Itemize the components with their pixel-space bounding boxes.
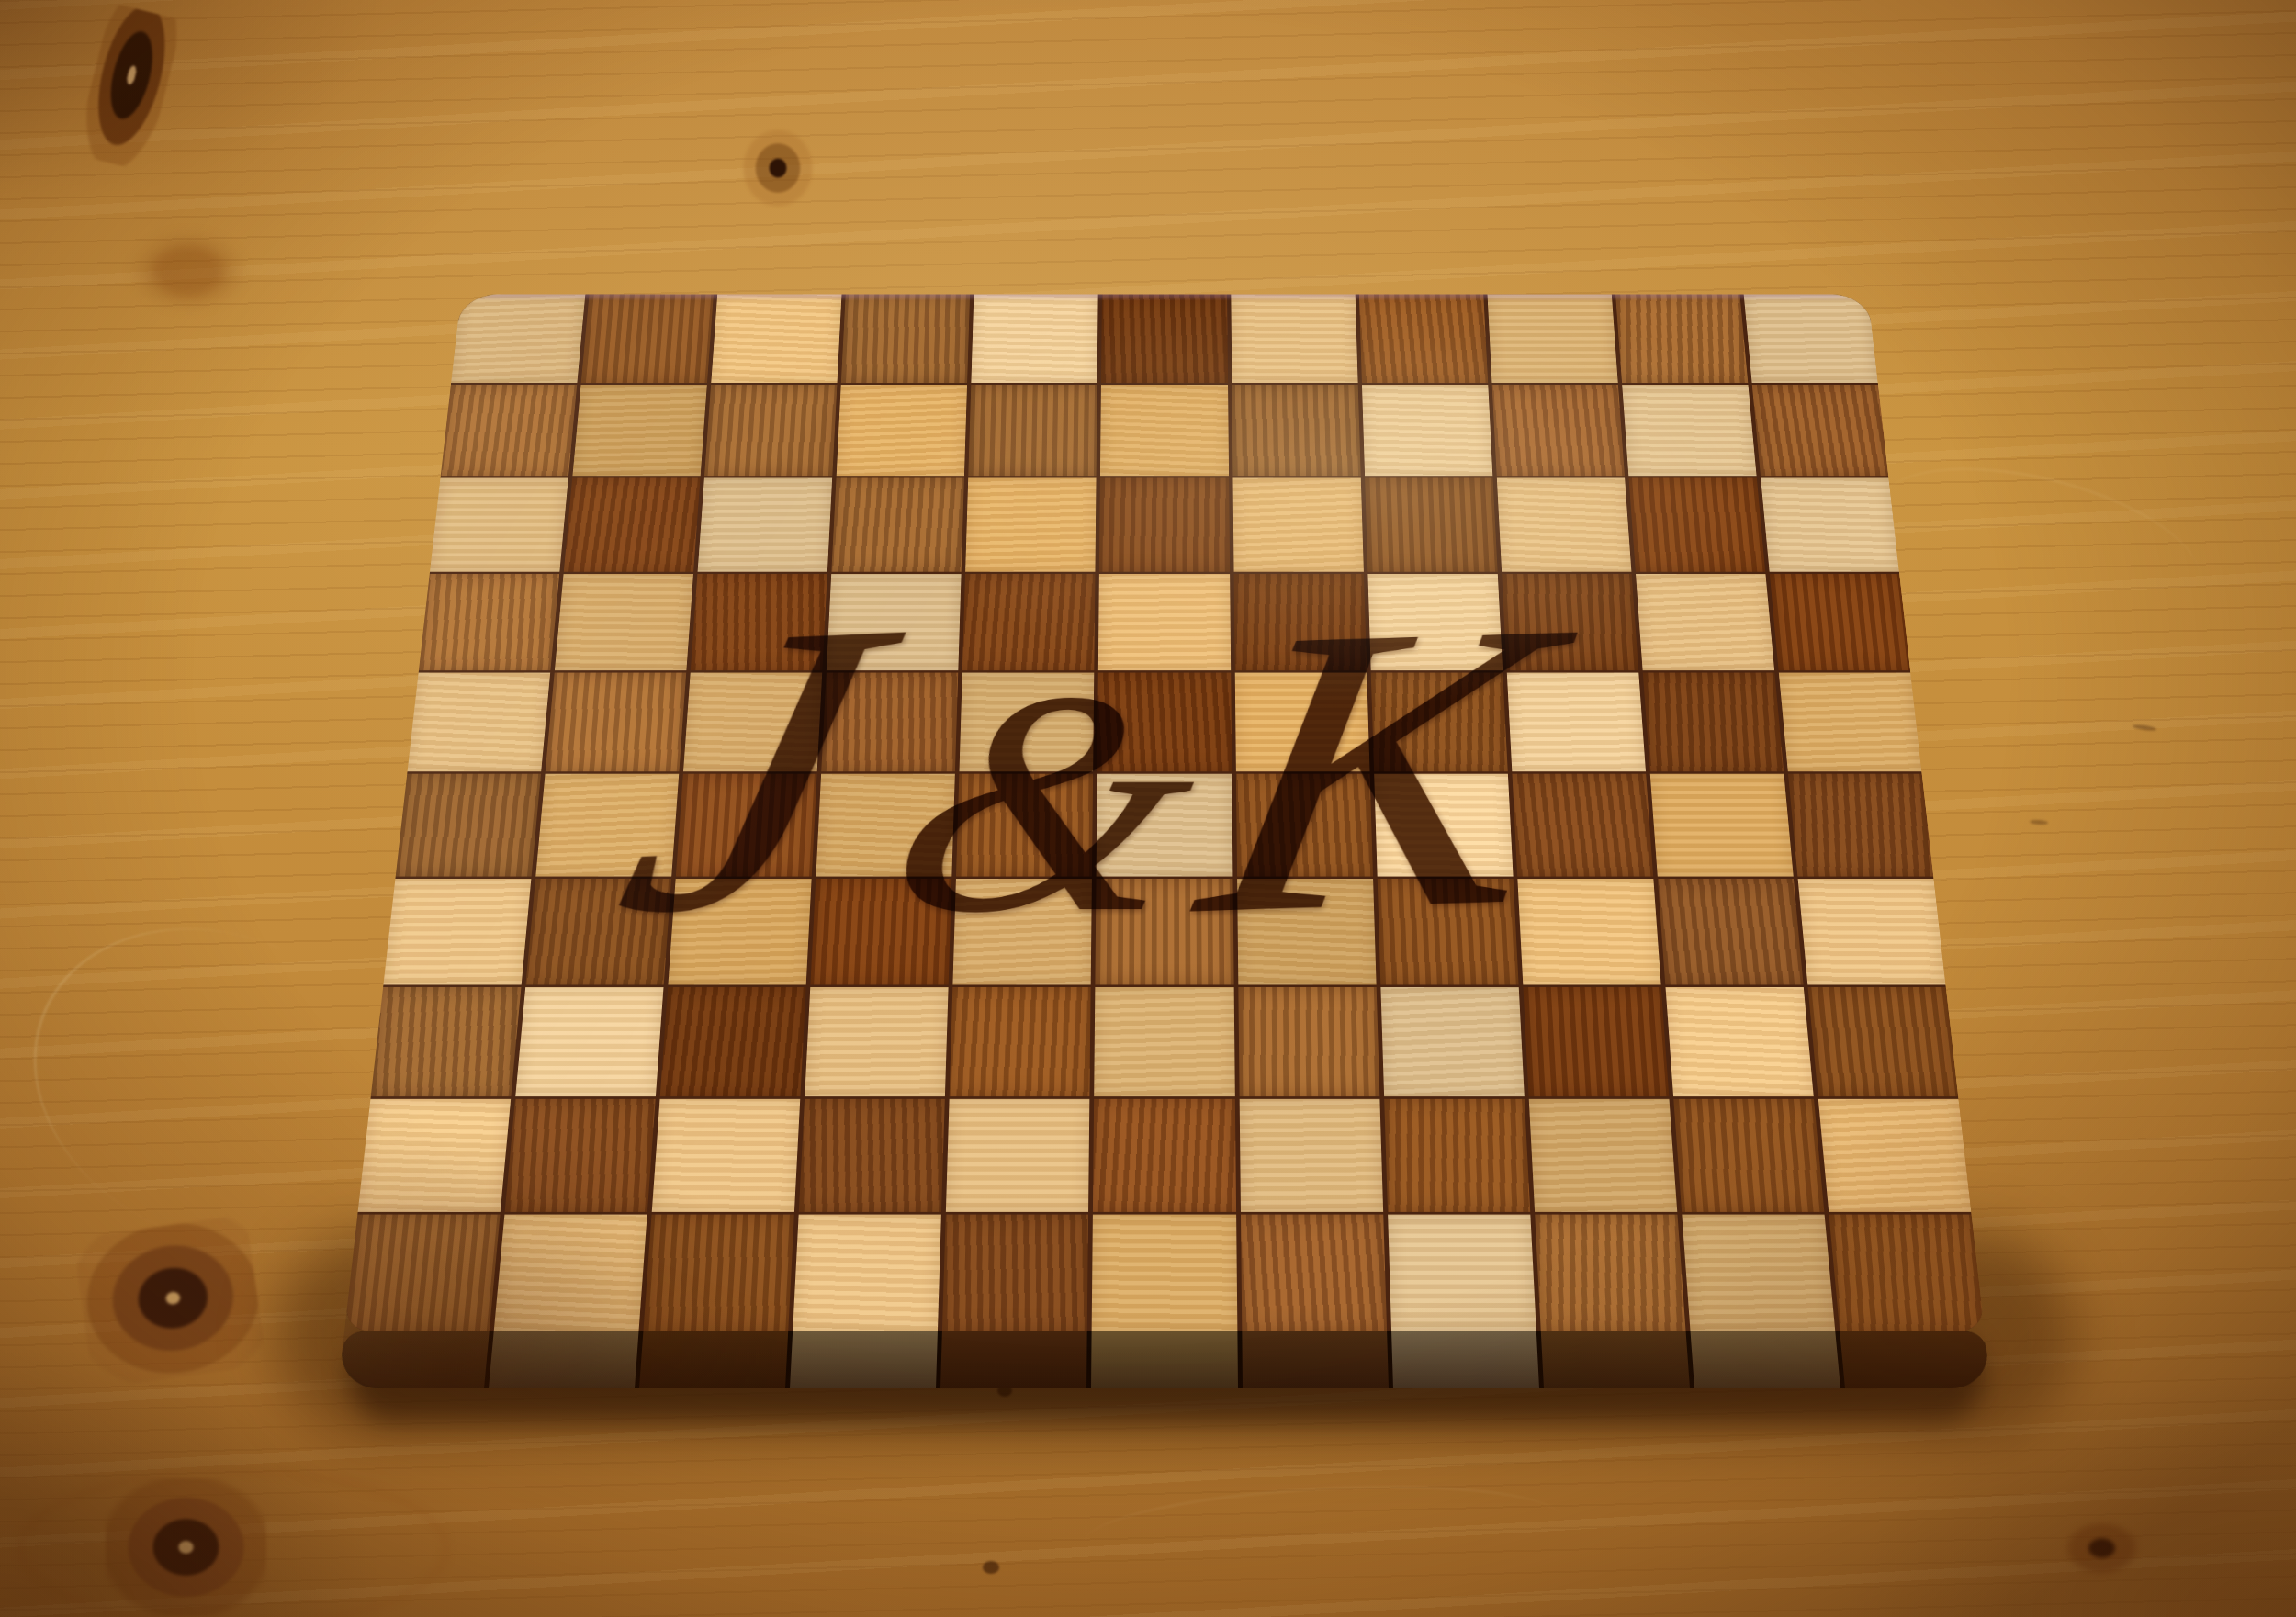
board-square (564, 477, 701, 571)
board-square (430, 477, 568, 571)
board-square (950, 987, 1091, 1096)
board-square (1367, 574, 1503, 670)
board-square (1234, 672, 1369, 771)
board-square (358, 1099, 512, 1212)
board-square (1377, 879, 1518, 984)
board-square (1362, 385, 1492, 476)
board-square (572, 385, 706, 476)
board-square (691, 574, 827, 670)
board-square (1239, 1099, 1383, 1212)
board-square (1238, 987, 1379, 1096)
board-square (1365, 477, 1498, 571)
board-square (408, 672, 551, 771)
board-square (419, 574, 559, 670)
board-square (441, 385, 578, 476)
board-square (1095, 987, 1235, 1096)
board-square (1528, 1099, 1677, 1212)
checkerboard-grid (344, 294, 1985, 1331)
board-square (1237, 879, 1377, 984)
board-square (1507, 672, 1646, 771)
board-square (1491, 385, 1624, 476)
board-square (816, 774, 955, 877)
board-square (1673, 1099, 1824, 1212)
board-square (698, 477, 833, 571)
board-square (1512, 774, 1653, 877)
board-square (1380, 987, 1524, 1096)
board-square (344, 1215, 501, 1331)
board-side-segment (940, 1331, 1087, 1388)
board-square (1535, 1215, 1685, 1331)
board-square (1829, 1215, 1985, 1331)
wood-knot-top-center (742, 129, 814, 208)
board-square (1233, 574, 1367, 670)
board-square (1517, 879, 1660, 984)
board-side-segment (489, 1331, 639, 1388)
board-square (1658, 879, 1804, 984)
board-square (969, 385, 1097, 476)
board-side-segment (1091, 1331, 1237, 1388)
board-square (1370, 672, 1507, 771)
board-square (546, 672, 687, 771)
board-square (1818, 1099, 1972, 1212)
board-square (1487, 294, 1617, 382)
board-square (965, 477, 1096, 571)
board-square (1098, 574, 1231, 670)
board-square (1096, 879, 1233, 984)
board-side-segment (1391, 1331, 1539, 1388)
board-square (1099, 477, 1229, 571)
board-square (956, 774, 1093, 877)
board-square (1752, 385, 1889, 476)
wood-knot-top-left (74, 3, 184, 172)
board-square (383, 879, 531, 984)
board-square (535, 774, 679, 877)
board-square (1232, 477, 1363, 571)
board-square (1502, 574, 1638, 670)
board-square (953, 879, 1093, 984)
board-side-segment (639, 1331, 788, 1388)
board-square (1359, 294, 1488, 382)
board-side-segment (1242, 1331, 1389, 1388)
board-square (1093, 1099, 1235, 1212)
wood-speck (983, 1561, 999, 1574)
board-square (1097, 672, 1232, 771)
wood-knot-faint (129, 230, 248, 312)
board-square (832, 477, 965, 571)
board-square (960, 672, 1095, 771)
board-side-segment (338, 1331, 490, 1388)
board-square (1384, 1099, 1530, 1212)
board-square (1523, 987, 1669, 1096)
board-square (1744, 294, 1878, 382)
board-square (1092, 1215, 1237, 1331)
board-square (683, 672, 822, 771)
board-square (494, 1215, 647, 1331)
board-square (805, 987, 948, 1096)
wood-grain-ring (18, 1469, 448, 1617)
wood-speck (2030, 819, 2048, 825)
board-square (1807, 987, 1958, 1096)
board-square (1761, 477, 1899, 571)
board-square (1231, 294, 1357, 382)
board-square (1101, 294, 1227, 382)
cutting-board: J & K (338, 294, 1991, 1388)
board-square (827, 574, 962, 670)
wood-speck (2133, 724, 2156, 732)
board-square (942, 1215, 1088, 1331)
board-square (1636, 574, 1774, 670)
board-side-segment (790, 1331, 938, 1388)
board-square (704, 385, 837, 476)
board-side-segment (1541, 1331, 1690, 1388)
board-square (1665, 987, 1813, 1096)
board-square (799, 1099, 945, 1212)
board-square (1798, 879, 1946, 984)
board-square (515, 987, 663, 1096)
board-square (451, 294, 585, 382)
board-side-segment (1690, 1331, 1840, 1388)
photo-scene: J & K (0, 0, 2296, 1617)
board-side-segment (1840, 1331, 1991, 1388)
board-square (371, 987, 522, 1096)
wood-knot-bottom-left-lower (106, 1478, 266, 1616)
board-square (837, 385, 967, 476)
board-square (1232, 385, 1360, 476)
board-square (1650, 774, 1794, 877)
board-square (660, 987, 806, 1096)
board-square (1388, 1215, 1536, 1331)
board-square (505, 1099, 656, 1212)
wood-knot-bottom-right (2063, 1520, 2141, 1577)
board-side-edge (338, 1331, 1991, 1388)
board-square (1100, 385, 1228, 476)
board-square (821, 672, 958, 771)
board-square (1241, 1215, 1387, 1331)
board-square (1374, 774, 1513, 877)
board-square (1643, 672, 1784, 771)
board-square (525, 879, 671, 984)
board-square (1615, 294, 1748, 382)
board-square (1770, 574, 1910, 670)
board-square (1235, 774, 1372, 877)
board-square (676, 774, 817, 877)
board-square (1628, 477, 1765, 571)
board-square (841, 294, 970, 382)
board-square (1097, 774, 1232, 877)
board-square (1682, 1215, 1835, 1331)
board-square (1497, 477, 1632, 571)
board-square (811, 879, 952, 984)
board-square (972, 294, 1098, 382)
board-square (396, 774, 541, 877)
board-square (652, 1099, 801, 1212)
scratch-mark (1863, 440, 2215, 647)
board-square (793, 1215, 941, 1331)
board-square (644, 1215, 794, 1331)
board-square (711, 294, 841, 382)
board-square (1788, 774, 1933, 877)
board-square (669, 879, 812, 984)
board-square (581, 294, 714, 382)
board-square (962, 574, 1096, 670)
scratch-mark (1082, 1475, 1563, 1585)
board-square (1622, 385, 1756, 476)
board-square (1779, 672, 1922, 771)
board-square (555, 574, 693, 670)
board-square (946, 1099, 1090, 1212)
